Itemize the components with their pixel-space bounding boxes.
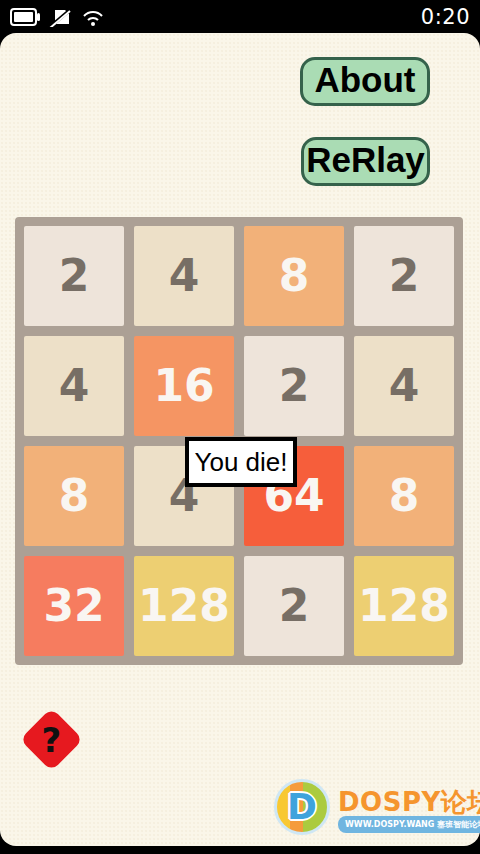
tile-8: 8 xyxy=(24,446,124,546)
clock: 0:20 xyxy=(421,5,470,29)
dospy-watermark: D DOSPY论坛 WWW.DOSPY.WANG 塞班智能论坛 诺基亚专区 xyxy=(274,776,472,838)
tile-128: 128 xyxy=(354,556,454,656)
app-panel: About ReRlay 24824162484648321282128 You… xyxy=(0,33,480,846)
battery-icon xyxy=(10,8,40,26)
tile-2: 2 xyxy=(244,556,344,656)
tile-4: 4 xyxy=(24,336,124,436)
tile-2: 2 xyxy=(244,336,344,436)
tile-2: 2 xyxy=(354,226,454,326)
tile-4: 4 xyxy=(354,336,454,436)
tile-32: 32 xyxy=(24,556,124,656)
replay-button[interactable]: ReRlay xyxy=(301,137,430,186)
status-bar: 0:20 xyxy=(0,0,480,34)
help-button[interactable]: ? xyxy=(20,708,84,772)
tile-16: 16 xyxy=(134,336,234,436)
phone-screen: 0:20 About ReRlay 2482416248464832128212… xyxy=(0,0,480,854)
dospy-url-text: WWW.DOSPY.WANG 塞班智能论坛 xyxy=(345,819,480,830)
about-button[interactable]: About xyxy=(300,57,430,106)
tile-4: 4 xyxy=(134,226,234,326)
wifi-icon xyxy=(82,9,104,26)
question-mark-icon: ? xyxy=(42,719,62,759)
tile-128: 128 xyxy=(134,556,234,656)
tile-8: 8 xyxy=(354,446,454,546)
dospy-brand-text: DOSPY论坛 xyxy=(338,785,480,820)
dospy-ribbon: WWW.DOSPY.WANG 塞班智能论坛 诺基亚专区 xyxy=(338,816,480,833)
status-icons xyxy=(10,7,104,27)
game-over-message: You die! xyxy=(185,437,297,487)
dospy-logo-icon: D xyxy=(274,779,330,835)
no-sim-icon xyxy=(49,7,73,27)
tile-2: 2 xyxy=(24,226,124,326)
tile-8: 8 xyxy=(244,226,344,326)
